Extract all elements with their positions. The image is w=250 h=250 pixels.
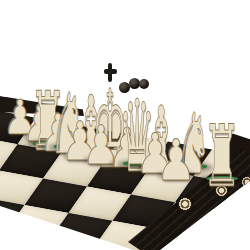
queen-crown-ball-1 [119, 82, 130, 93]
square-r5c4 [0, 231, 50, 250]
queen-crown-ball-3 [139, 79, 149, 89]
chess-product-photo: ♟♟♟♟♟♟♟♟♜♞♝♚♛♝♞♜ [0, 0, 250, 250]
frame-rosette-1 [178, 197, 192, 211]
king-cross-finial-h [104, 69, 117, 75]
white-pawn-h-glyph: ♟ [156, 132, 196, 189]
square-r3c8 [201, 210, 250, 244]
square-r4c8 [182, 237, 244, 250]
square-r5c5 [32, 239, 94, 250]
queen-crown-ball-2 [129, 78, 140, 89]
square-r5c3 [0, 223, 6, 250]
white-rook-kingside-glyph: ♜ [203, 113, 242, 199]
